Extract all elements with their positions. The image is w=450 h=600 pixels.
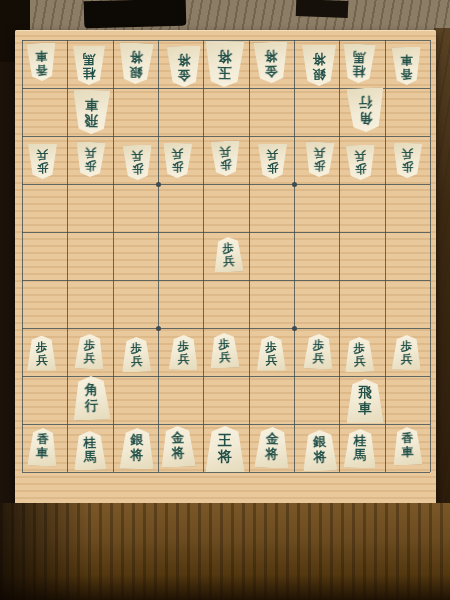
piece-kanji: 銀 [129, 63, 143, 78]
piece-kanji: 歩 [84, 158, 96, 172]
piece-kanji: 歩 [313, 158, 325, 172]
piece-kanji: 金 [171, 430, 185, 445]
grid-line-vertical [67, 40, 68, 472]
piece-kanji: 兵 [353, 355, 365, 368]
piece-kanji: 玉 [217, 65, 231, 81]
piece-kanji: 兵 [83, 352, 95, 366]
piece-kanji: 歩 [178, 339, 190, 352]
piece-kanji: 歩 [401, 159, 413, 172]
corner-shadow [0, 503, 90, 600]
piece-kanji: 兵 [266, 354, 278, 367]
grid-line-horizontal [22, 184, 430, 185]
piece-kanji: 将 [171, 445, 185, 460]
piece-kanji: 行 [84, 397, 98, 413]
piece-kanji: 歩 [267, 160, 279, 173]
shogi-board[interactable]: 香車桂馬銀将金将玉将金将銀将桂馬香車飛車角行歩兵歩兵歩兵歩兵歩兵歩兵歩兵歩兵歩兵… [15, 30, 436, 505]
piece-kanji: 歩 [222, 241, 234, 255]
piece-kanji: 兵 [218, 351, 230, 365]
piece-kanji: 桂 [83, 65, 96, 79]
piece-kanji: 兵 [131, 355, 143, 368]
piece-kanji: 将 [312, 51, 325, 66]
piece-kanji: 車 [358, 401, 372, 417]
piece-kanji: 兵 [400, 353, 412, 366]
piece-kanji: 銀 [131, 432, 144, 447]
wood-grain-texture [0, 0, 450, 34]
piece-kanji: 飛 [84, 112, 98, 128]
piece-kanji: 兵 [131, 148, 143, 161]
piece-kanji: 歩 [218, 337, 230, 351]
piece-kanji: 馬 [354, 448, 367, 463]
piece-kanji: 桂 [83, 435, 96, 450]
piece-kanji: 兵 [354, 148, 366, 161]
grid-line-vertical [249, 40, 250, 472]
piece-kanji: 歩 [401, 339, 413, 352]
piece-kanji: 車 [400, 52, 412, 66]
grid-line-vertical [430, 40, 431, 472]
grid-line-vertical [294, 40, 295, 472]
dark-object-top-right [296, 0, 349, 18]
star-point [292, 326, 297, 331]
table-surface-bottom [0, 503, 450, 600]
piece-kanji: 歩 [132, 161, 144, 174]
grid-line-vertical [203, 40, 204, 472]
piece-kanji: 行 [358, 95, 372, 111]
piece-kanji: 兵 [312, 352, 324, 366]
piece-kanji: 金 [265, 62, 279, 77]
grid-line-horizontal [22, 472, 430, 473]
piece-kanji: 兵 [402, 146, 414, 159]
grid-line-horizontal [22, 40, 430, 41]
piece-kanji: 馬 [353, 49, 366, 64]
piece-kanji: 馬 [84, 450, 97, 465]
piece-kanji: 車 [35, 48, 47, 62]
grid-line-vertical [339, 40, 340, 472]
piece-kanji: 歩 [37, 160, 49, 173]
piece-kanji: 将 [218, 448, 232, 464]
piece-kanji: 兵 [222, 255, 234, 269]
grid-line-vertical [158, 40, 159, 472]
piece-kanji: 車 [84, 97, 98, 113]
piece-kanji: 車 [36, 447, 48, 461]
table-surface-top [0, 0, 450, 34]
star-point [156, 182, 161, 187]
piece-kanji: 将 [265, 446, 279, 461]
piece-kanji: 桂 [352, 63, 365, 78]
piece-kanji: 兵 [314, 145, 326, 159]
piece-kanji: 歩 [313, 338, 325, 352]
piece-kanji: 将 [177, 52, 190, 67]
piece-kanji: 兵 [178, 353, 190, 366]
photo-scene: 香車桂馬銀将金将玉将金将銀将桂馬香車飛車角行歩兵歩兵歩兵歩兵歩兵歩兵歩兵歩兵歩兵… [0, 0, 450, 600]
piece-kanji: 角 [358, 110, 372, 126]
dark-object-top [84, 0, 187, 28]
star-point [156, 326, 161, 331]
piece-kanji: 車 [401, 446, 413, 460]
piece-kanji: 兵 [36, 354, 48, 367]
piece-kanji: 兵 [84, 145, 96, 159]
piece-kanji: 飛 [358, 385, 372, 401]
piece-kanji: 金 [177, 66, 190, 81]
grid-line-horizontal [22, 136, 430, 137]
piece-kanji: 将 [217, 49, 231, 65]
grid-line-vertical [385, 40, 386, 472]
piece-kanji: 歩 [353, 341, 365, 354]
piece-kanji: 歩 [354, 161, 366, 174]
grid-line-horizontal [22, 424, 430, 425]
piece-kanji: 銀 [313, 434, 326, 449]
grid-line-horizontal [22, 280, 430, 281]
piece-kanji: 歩 [130, 341, 142, 354]
piece-kanji: 金 [266, 431, 280, 446]
piece-kanji: 将 [313, 449, 326, 464]
grid-line-vertical [22, 40, 23, 472]
piece-kanji: 香 [36, 62, 48, 76]
piece-kanji: 角 [84, 382, 98, 398]
grid-line-horizontal [22, 376, 430, 377]
piece-kanji: 兵 [219, 144, 231, 158]
piece-kanji: 王 [218, 432, 232, 448]
grid-line-vertical [113, 40, 114, 472]
piece-kanji: 銀 [312, 66, 325, 81]
piece-kanji: 兵 [37, 147, 49, 160]
piece-kanji: 馬 [83, 51, 96, 65]
piece-kanji: 歩 [83, 338, 95, 352]
star-point [292, 182, 297, 187]
piece-kanji: 歩 [219, 157, 231, 171]
piece-kanji: 将 [264, 47, 278, 62]
piece-kanji: 将 [131, 447, 144, 462]
piece-kanji: 桂 [354, 433, 367, 448]
grid-line-horizontal [22, 232, 430, 233]
grid-line-horizontal [22, 328, 430, 329]
piece-kanji: 香 [400, 66, 412, 80]
piece-kanji: 将 [130, 48, 144, 63]
piece-kanji: 兵 [267, 147, 279, 160]
piece-kanji: 歩 [172, 159, 184, 172]
piece-kanji: 兵 [172, 146, 184, 159]
